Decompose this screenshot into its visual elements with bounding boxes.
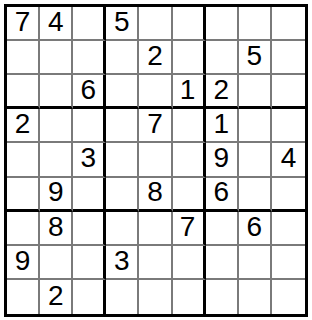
cell-r9c7-empty[interactable] <box>206 280 239 314</box>
cell-r7c1-empty[interactable] <box>7 212 40 246</box>
cell-r8c5-empty[interactable] <box>139 246 172 280</box>
cell-r3c4-empty[interactable] <box>106 75 139 109</box>
cell-r6c7-given: 6 <box>206 178 239 212</box>
cell-r6c8-empty[interactable] <box>239 178 272 212</box>
cell-r7c9-empty[interactable] <box>272 212 305 246</box>
cell-r7c6-given: 7 <box>173 212 206 246</box>
cell-r7c7-empty[interactable] <box>206 212 239 246</box>
cell-r2c8-given: 5 <box>239 41 272 75</box>
cell-r8c3-empty[interactable] <box>73 246 106 280</box>
cell-r8c4-given: 3 <box>106 246 139 280</box>
cell-r1c2-given: 4 <box>40 7 73 41</box>
cell-r2c1-empty[interactable] <box>7 41 40 75</box>
cell-r1c7-empty[interactable] <box>206 7 239 41</box>
cell-r2c2-empty[interactable] <box>40 41 73 75</box>
cell-r1c9-empty[interactable] <box>272 7 305 41</box>
cell-r9c4-empty[interactable] <box>106 280 139 314</box>
cell-r8c9-empty[interactable] <box>272 246 305 280</box>
cell-r6c2-given: 9 <box>40 178 73 212</box>
cell-r3c8-empty[interactable] <box>239 75 272 109</box>
cell-r3c9-empty[interactable] <box>272 75 305 109</box>
cell-r2c4-empty[interactable] <box>106 41 139 75</box>
cell-r3c2-empty[interactable] <box>40 75 73 109</box>
cell-r6c3-empty[interactable] <box>73 178 106 212</box>
cell-r9c8-empty[interactable] <box>239 280 272 314</box>
cell-r9c1-empty[interactable] <box>7 280 40 314</box>
cell-r3c1-empty[interactable] <box>7 75 40 109</box>
cell-r3c7-given: 2 <box>206 75 239 109</box>
cell-r5c4-empty[interactable] <box>106 143 139 177</box>
cell-r4c3-empty[interactable] <box>73 109 106 143</box>
cell-r6c9-empty[interactable] <box>272 178 305 212</box>
cell-r4c4-empty[interactable] <box>106 109 139 143</box>
cell-r9c2-given: 2 <box>40 280 73 314</box>
cell-r9c5-empty[interactable] <box>139 280 172 314</box>
cell-r1c5-empty[interactable] <box>139 7 172 41</box>
cell-r5c8-empty[interactable] <box>239 143 272 177</box>
cell-r1c3-empty[interactable] <box>73 7 106 41</box>
cell-r5c2-empty[interactable] <box>40 143 73 177</box>
cell-r4c7-given: 1 <box>206 109 239 143</box>
cell-r2c5-given: 2 <box>139 41 172 75</box>
cell-r6c4-empty[interactable] <box>106 178 139 212</box>
cell-r7c3-empty[interactable] <box>73 212 106 246</box>
cell-r9c9-empty[interactable] <box>272 280 305 314</box>
cell-r8c8-empty[interactable] <box>239 246 272 280</box>
cell-r5c5-empty[interactable] <box>139 143 172 177</box>
cell-r8c6-empty[interactable] <box>173 246 206 280</box>
cell-r2c3-empty[interactable] <box>73 41 106 75</box>
cell-r9c3-empty[interactable] <box>73 280 106 314</box>
cell-r3c6-given: 1 <box>173 75 206 109</box>
cell-r6c6-empty[interactable] <box>173 178 206 212</box>
cell-r7c8-given: 6 <box>239 212 272 246</box>
cell-r6c1-empty[interactable] <box>7 178 40 212</box>
cell-r1c8-empty[interactable] <box>239 7 272 41</box>
sudoku-page: 74525612271394986876932 <box>0 0 312 320</box>
cell-r5c9-given: 4 <box>272 143 305 177</box>
cell-r4c6-empty[interactable] <box>173 109 206 143</box>
cell-r5c1-empty[interactable] <box>7 143 40 177</box>
cell-r8c1-given: 9 <box>7 246 40 280</box>
cell-r2c6-empty[interactable] <box>173 41 206 75</box>
cell-r4c2-empty[interactable] <box>40 109 73 143</box>
cell-r2c7-empty[interactable] <box>206 41 239 75</box>
cell-r4c9-empty[interactable] <box>272 109 305 143</box>
cell-r8c7-empty[interactable] <box>206 246 239 280</box>
cell-r6c5-given: 8 <box>139 178 172 212</box>
cell-r7c2-given: 8 <box>40 212 73 246</box>
cell-r2c9-empty[interactable] <box>272 41 305 75</box>
cell-r5c7-given: 9 <box>206 143 239 177</box>
cell-r7c5-empty[interactable] <box>139 212 172 246</box>
cell-r1c1-given: 7 <box>7 7 40 41</box>
sudoku-board: 74525612271394986876932 <box>4 4 308 317</box>
cell-r1c6-empty[interactable] <box>173 7 206 41</box>
cell-r7c4-empty[interactable] <box>106 212 139 246</box>
cell-r4c1-given: 2 <box>7 109 40 143</box>
cell-r3c5-empty[interactable] <box>139 75 172 109</box>
cell-r1c4-given: 5 <box>106 7 139 41</box>
cell-r9c6-empty[interactable] <box>173 280 206 314</box>
cell-r8c2-empty[interactable] <box>40 246 73 280</box>
cell-r5c6-empty[interactable] <box>173 143 206 177</box>
cell-r5c3-given: 3 <box>73 143 106 177</box>
cell-r3c3-given: 6 <box>73 75 106 109</box>
cell-r4c8-empty[interactable] <box>239 109 272 143</box>
cell-r4c5-given: 7 <box>139 109 172 143</box>
